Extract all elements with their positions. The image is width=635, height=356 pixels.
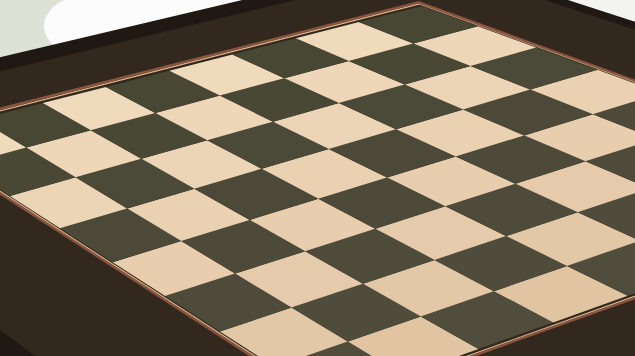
chessboard-photo	[0, 0, 635, 356]
chessboard-photo-stage	[0, 0, 635, 356]
